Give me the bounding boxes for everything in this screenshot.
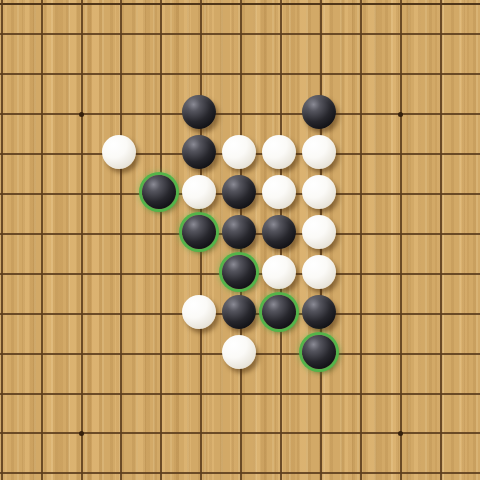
grid-hline — [0, 432, 480, 434]
gomoku-board[interactable] — [0, 0, 480, 480]
white-stone — [102, 135, 136, 169]
black-stone — [182, 135, 216, 169]
grid-vline — [160, 0, 162, 480]
black-stone — [262, 215, 296, 249]
black-stone-winning — [142, 175, 176, 209]
grid-vline — [120, 0, 122, 480]
grid-hline — [0, 472, 480, 474]
star-point — [79, 431, 84, 436]
white-stone — [262, 175, 296, 209]
white-stone — [222, 135, 256, 169]
white-stone — [262, 255, 296, 289]
white-stone — [302, 215, 336, 249]
star-point — [79, 112, 84, 117]
star-point — [398, 112, 403, 117]
black-stone-winning — [302, 335, 336, 369]
white-stone — [182, 175, 216, 209]
black-stone — [222, 215, 256, 249]
grid-vline — [440, 0, 442, 480]
black-stone — [302, 95, 336, 129]
white-stone — [302, 135, 336, 169]
black-stone — [302, 295, 336, 329]
black-stone-winning — [182, 215, 216, 249]
grid-hline — [0, 393, 480, 395]
star-point — [398, 431, 403, 436]
grid-hline — [0, 33, 480, 35]
white-stone — [262, 135, 296, 169]
grid-hline — [0, 73, 480, 75]
grid-vline — [400, 0, 402, 480]
white-stone — [222, 335, 256, 369]
white-stone — [182, 295, 216, 329]
black-stone — [222, 295, 256, 329]
black-stone-winning — [262, 295, 296, 329]
grid-vline — [41, 0, 43, 480]
grid-vline — [360, 0, 362, 480]
black-stone-winning — [222, 255, 256, 289]
black-stone — [182, 95, 216, 129]
white-stone — [302, 255, 336, 289]
grid-vline — [81, 0, 83, 480]
white-stone — [302, 175, 336, 209]
grid-vline — [1, 0, 3, 480]
black-stone — [222, 175, 256, 209]
grid-hline — [0, 113, 480, 115]
